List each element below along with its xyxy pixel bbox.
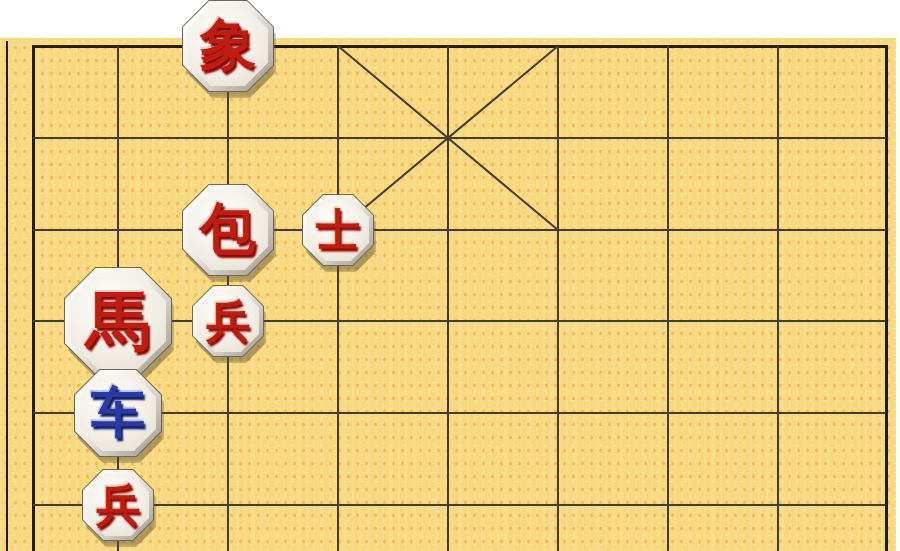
piece-character: 士 [302,194,374,266]
red-soldier-b-piece[interactable]: 兵 [82,469,154,541]
piece-character: 象 [182,0,274,92]
piece-character: 兵 [192,285,264,357]
piece-character: 包 [182,184,274,276]
red-advisor-piece[interactable]: 士 [302,194,374,266]
black-chariot-piece[interactable]: 车 [74,369,162,457]
red-soldier-a-piece[interactable]: 兵 [192,285,264,357]
piece-character: 馬 [64,267,172,375]
red-elephant-piece[interactable]: 象 [182,0,274,92]
piece-character: 车 [74,369,162,457]
red-horse-piece[interactable]: 馬 [64,267,172,375]
app-window: { "game": "xiangqi", "title": "Xiangqi b… [0,0,900,551]
red-cannon-piece[interactable]: 包 [182,184,274,276]
piece-character: 兵 [82,469,154,541]
